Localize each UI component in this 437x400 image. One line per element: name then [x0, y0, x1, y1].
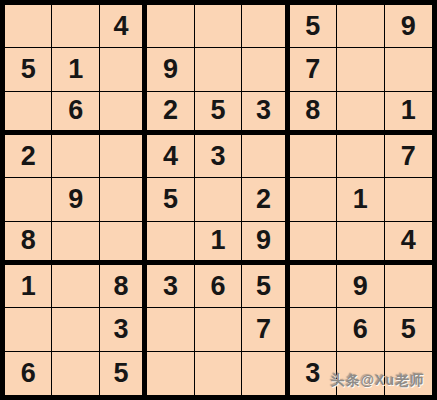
cell-r9c1[interactable]: 6: [5, 352, 52, 395]
cell-r9c6[interactable]: [242, 352, 289, 395]
cell-r2c5[interactable]: [195, 48, 242, 91]
cell-r4c2[interactable]: [52, 135, 99, 178]
cell-r7c4[interactable]: 3: [147, 265, 194, 308]
cell-r8c3[interactable]: 3: [100, 308, 147, 351]
cell-r6c3[interactable]: [100, 222, 147, 265]
cell-r6c7[interactable]: [290, 222, 337, 265]
cell-r1c4[interactable]: [147, 5, 194, 48]
cell-r7c7[interactable]: [290, 265, 337, 308]
cell-r7c5[interactable]: 6: [195, 265, 242, 308]
cell-r1c6[interactable]: [242, 5, 289, 48]
cell-r2c2[interactable]: 1: [52, 48, 99, 91]
cell-r1c2[interactable]: [52, 5, 99, 48]
cell-r8c1[interactable]: [5, 308, 52, 351]
cell-r5c1[interactable]: [5, 178, 52, 221]
cell-r7c3[interactable]: 8: [100, 265, 147, 308]
cell-r9c4[interactable]: [147, 352, 194, 395]
cell-r5c6[interactable]: 2: [242, 178, 289, 221]
cell-r4c4[interactable]: 4: [147, 135, 194, 178]
cell-r4c7[interactable]: [290, 135, 337, 178]
cell-r5c8[interactable]: 1: [337, 178, 384, 221]
cell-r1c7[interactable]: 5: [290, 5, 337, 48]
cell-r8c9[interactable]: 5: [385, 308, 432, 351]
cell-r6c5[interactable]: 1: [195, 222, 242, 265]
cell-r4c9[interactable]: 7: [385, 135, 432, 178]
cell-r7c6[interactable]: 5: [242, 265, 289, 308]
cell-r3c6[interactable]: 3: [242, 92, 289, 135]
cell-r6c2[interactable]: [52, 222, 99, 265]
cell-r5c7[interactable]: [290, 178, 337, 221]
cell-r6c1[interactable]: 8: [5, 222, 52, 265]
cell-r2c6[interactable]: [242, 48, 289, 91]
cell-r1c8[interactable]: [337, 5, 384, 48]
cell-r3c9[interactable]: 1: [385, 92, 432, 135]
cell-r9c8[interactable]: [337, 352, 384, 395]
cell-r8c6[interactable]: 7: [242, 308, 289, 351]
cell-r7c1[interactable]: 1: [5, 265, 52, 308]
cell-r3c4[interactable]: 2: [147, 92, 194, 135]
cell-r9c9[interactable]: [385, 352, 432, 395]
cell-r7c2[interactable]: [52, 265, 99, 308]
cell-r7c9[interactable]: [385, 265, 432, 308]
cell-r1c5[interactable]: [195, 5, 242, 48]
cell-r5c9[interactable]: [385, 178, 432, 221]
cell-r2c4[interactable]: 9: [147, 48, 194, 91]
cell-r3c8[interactable]: [337, 92, 384, 135]
cell-r3c1[interactable]: [5, 92, 52, 135]
cell-r3c2[interactable]: 6: [52, 92, 99, 135]
cell-r4c5[interactable]: 3: [195, 135, 242, 178]
cell-r2c9[interactable]: [385, 48, 432, 91]
cell-r2c7[interactable]: 7: [290, 48, 337, 91]
cell-r2c1[interactable]: 5: [5, 48, 52, 91]
cell-r3c5[interactable]: 5: [195, 92, 242, 135]
cell-r9c5[interactable]: [195, 352, 242, 395]
cell-r8c2[interactable]: [52, 308, 99, 351]
cell-r8c7[interactable]: [290, 308, 337, 351]
cell-r9c7[interactable]: 3: [290, 352, 337, 395]
cell-r4c6[interactable]: [242, 135, 289, 178]
cell-r8c8[interactable]: 6: [337, 308, 384, 351]
cell-r5c2[interactable]: 9: [52, 178, 99, 221]
cell-r6c8[interactable]: [337, 222, 384, 265]
cell-r8c5[interactable]: [195, 308, 242, 351]
cell-r6c4[interactable]: [147, 222, 194, 265]
cell-r8c4[interactable]: [147, 308, 194, 351]
cell-r5c5[interactable]: [195, 178, 242, 221]
cell-r3c7[interactable]: 8: [290, 92, 337, 135]
cell-r4c3[interactable]: [100, 135, 147, 178]
cell-r7c8[interactable]: 9: [337, 265, 384, 308]
cell-r9c2[interactable]: [52, 352, 99, 395]
cell-r2c8[interactable]: [337, 48, 384, 91]
sudoku-board: 45951976253812437952181941836593765653头条…: [0, 0, 437, 400]
cell-r6c6[interactable]: 9: [242, 222, 289, 265]
cell-r1c9[interactable]: 9: [385, 5, 432, 48]
cell-r4c1[interactable]: 2: [5, 135, 52, 178]
cell-r1c1[interactable]: [5, 5, 52, 48]
cell-r5c4[interactable]: 5: [147, 178, 194, 221]
cell-r4c8[interactable]: [337, 135, 384, 178]
cell-r9c3[interactable]: 5: [100, 352, 147, 395]
cell-r3c3[interactable]: [100, 92, 147, 135]
cell-r6c9[interactable]: 4: [385, 222, 432, 265]
cell-r2c3[interactable]: [100, 48, 147, 91]
cell-r1c3[interactable]: 4: [100, 5, 147, 48]
cell-r5c3[interactable]: [100, 178, 147, 221]
